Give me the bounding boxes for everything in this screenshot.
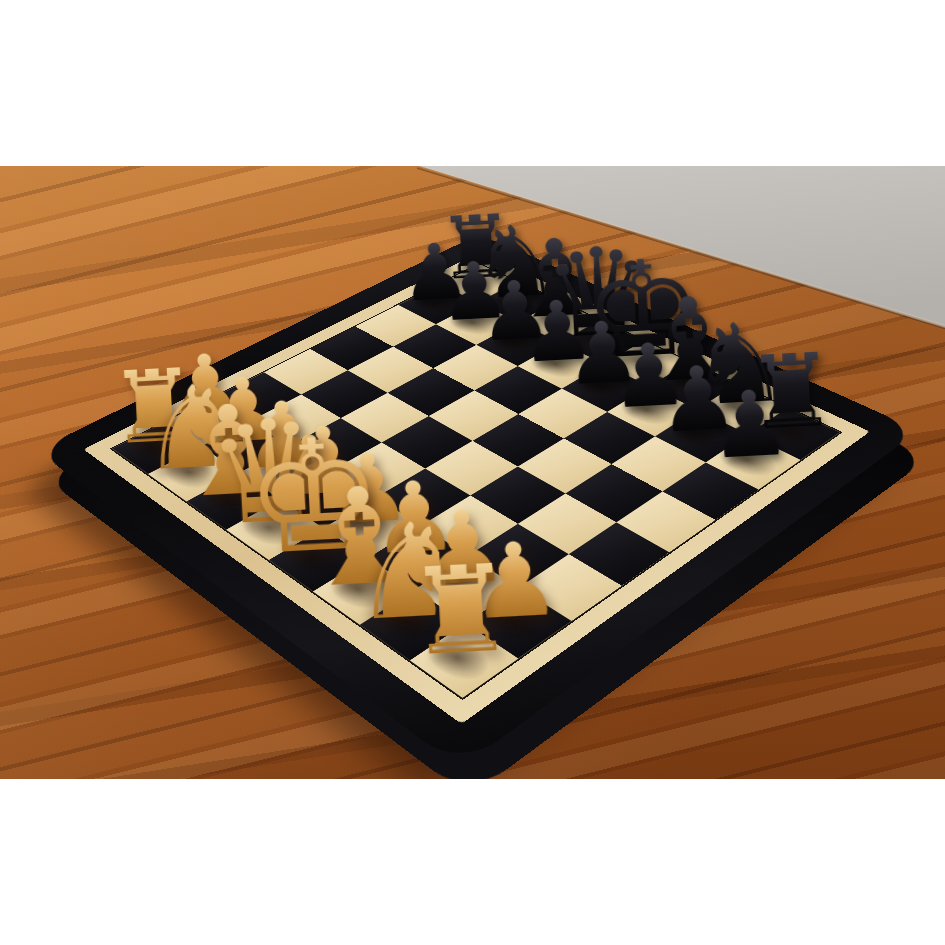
square-h1[interactable]: ♜: [410, 623, 519, 698]
chessboard-stack: ♜♞♝♛♚♝♞♜♟♟♟♟♟♟♟♟♟♟♟♟♟♟♟♟♜♞♝♛♚♝♞♜: [160, 166, 785, 753]
photo-band: ♜♞♝♛♚♝♞♜♟♟♟♟♟♟♟♟♟♟♟♟♟♟♟♟♜♞♝♛♚♝♞♜: [0, 166, 945, 779]
square-d5[interactable]: [429, 391, 518, 441]
board-maple-border: ♜♞♝♛♚♝♞♜♟♟♟♟♟♟♟♟♟♟♟♟♟♟♟♟♜♞♝♛♚♝♞♜: [83, 252, 870, 724]
square-h4[interactable]: [569, 522, 670, 586]
chess-photo-scene: ♜♞♝♛♚♝♞♜♟♟♟♟♟♟♟♟♟♟♟♟♟♟♟♟♜♞♝♛♚♝♞♜: [0, 0, 945, 945]
piece-glyph: ♟: [707, 377, 793, 472]
square-h7[interactable]: ♟: [706, 434, 801, 489]
piece-glyph: ♜: [404, 549, 517, 674]
